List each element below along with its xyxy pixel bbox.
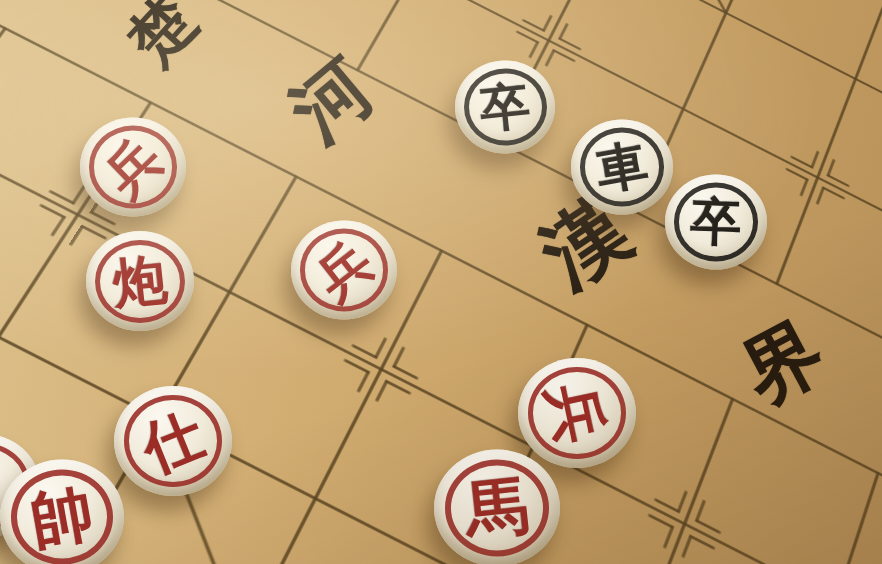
piece-red-soldier-a[interactable]: 兵 xyxy=(80,118,186,217)
piece-red-general[interactable]: 帥 xyxy=(0,460,124,564)
piece-black-soldier-b[interactable]: 卒 xyxy=(665,175,767,270)
piece-character: 卒 xyxy=(663,173,768,272)
piece-character: 兵 xyxy=(272,198,416,341)
piece-red-soldier-b[interactable]: 兵 xyxy=(291,221,397,320)
piece-red-cannon[interactable]: 炮 xyxy=(86,231,194,331)
pieces-layer: 卒車兵卒兵炮兵仕馬帥 xyxy=(0,0,882,564)
xiangqi-photo-scene: 楚河漢界 卒車兵卒兵炮兵仕馬帥 xyxy=(0,0,882,564)
piece-red-advisor[interactable]: 仕 xyxy=(114,386,232,496)
piece-black-soldier-a[interactable]: 卒 xyxy=(455,61,555,154)
piece-character: 車 xyxy=(564,111,681,222)
piece-red-horse[interactable]: 馬 xyxy=(434,450,560,564)
piece-character: 馬 xyxy=(428,443,566,564)
piece-black-chariot[interactable]: 車 xyxy=(571,120,673,215)
piece-character: 兵 xyxy=(60,95,205,240)
piece-character: 帥 xyxy=(0,450,133,564)
piece-character: 卒 xyxy=(450,56,559,159)
piece-character: 炮 xyxy=(81,226,199,337)
